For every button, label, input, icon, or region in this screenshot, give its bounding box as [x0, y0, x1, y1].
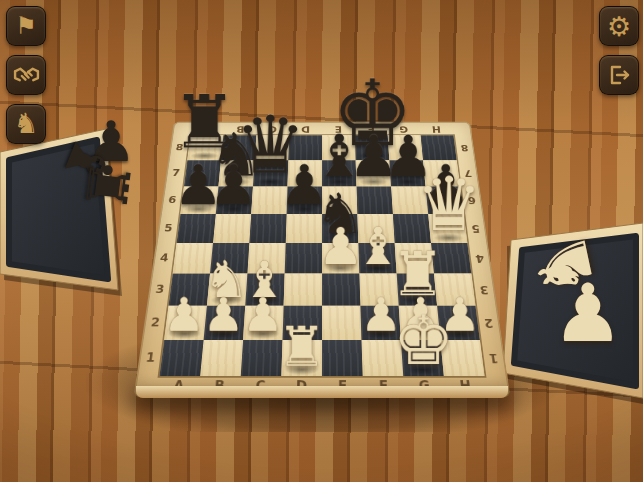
piece-white-rook[interactable]: ♜ — [277, 320, 326, 375]
file-label-back-E: E — [322, 125, 355, 133]
rank-label-right-8: 8 — [453, 135, 475, 160]
square-c5[interactable] — [249, 214, 286, 243]
rank-label-right-5: 5 — [464, 214, 488, 243]
chess-board: AABBCCDDEEFFGGHH8877665544332211 ♜♚♞♛♝♟♟… — [133, 122, 510, 398]
rank-label-left-8: 8 — [168, 135, 190, 160]
square-d4[interactable] — [285, 243, 322, 274]
settings-button[interactable]: ⚙ — [599, 6, 639, 46]
file-label-back-B: B — [224, 125, 257, 133]
square-d1[interactable]: ♜ — [281, 340, 322, 376]
gear-icon: ⚙ — [607, 13, 631, 40]
file-label-back-C: C — [256, 125, 289, 133]
piece-white-pawn[interactable]: ♟ — [163, 292, 204, 338]
resign-button[interactable]: ⚑ — [6, 6, 46, 46]
rank-label-right-6: 6 — [460, 186, 484, 214]
square-e1[interactable] — [322, 340, 363, 376]
file-label-back-A: A — [191, 125, 225, 133]
file-label-back-D: D — [289, 125, 322, 133]
square-b2[interactable]: ♟ — [204, 306, 246, 340]
rank-label-left-5: 5 — [156, 214, 180, 243]
exit-button[interactable] — [599, 55, 639, 95]
piece-white-pawn[interactable]: ♟ — [203, 292, 244, 338]
piece-white-king[interactable]: ♚ — [393, 307, 454, 375]
rank-label-left-7: 7 — [164, 160, 187, 186]
draw-offer-button[interactable] — [6, 55, 46, 95]
game-menu-button[interactable]: ♞ — [6, 104, 46, 144]
rank-label-right-7: 7 — [457, 160, 480, 186]
flag-icon: ⚑ — [15, 14, 37, 38]
square-a1[interactable] — [159, 340, 203, 376]
captured-white-pawn: ♟ — [552, 274, 624, 354]
rank-label-left-6: 6 — [160, 186, 184, 214]
square-g1[interactable]: ♚ — [401, 340, 444, 376]
piece-black-pawn[interactable]: ♟ — [209, 157, 259, 212]
board-squares: ♜♚♞♛♝♟♟♟♟♟♟♞♛♟♝♞♝♜♟♟♟♟♟♟♜♚ — [159, 135, 484, 376]
knight-icon: ♞ — [13, 110, 38, 138]
exit-icon — [607, 63, 631, 87]
square-a2[interactable]: ♟ — [164, 306, 207, 340]
square-b1[interactable] — [200, 340, 243, 376]
captured-black-rook: ♜ — [76, 158, 138, 215]
file-label-back-H: H — [420, 125, 454, 133]
chess-app-window: ♟ ♝ ♜ ♞ ♟ AABBCCDDEEFFGGHH88776655443322… — [0, 0, 643, 482]
square-e2[interactable] — [322, 306, 361, 340]
square-b6[interactable]: ♟ — [216, 186, 253, 214]
handshake-icon — [13, 62, 40, 89]
square-a5[interactable] — [177, 214, 216, 243]
file-label-back-G: G — [387, 125, 420, 133]
square-b5[interactable] — [213, 214, 251, 243]
file-label-back-F: F — [355, 125, 388, 133]
board-front-edge — [136, 386, 508, 398]
